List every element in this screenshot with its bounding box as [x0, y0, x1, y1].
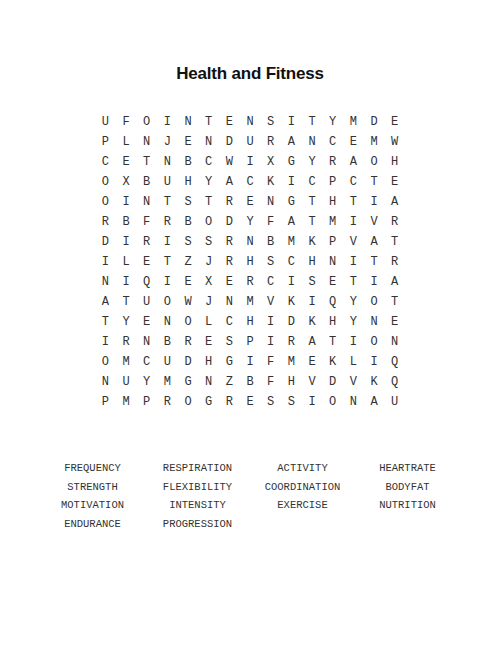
grid-cell[interactable]: N	[157, 312, 178, 332]
grid-cell[interactable]: S	[260, 252, 281, 272]
grid-cell[interactable]: V	[343, 372, 364, 392]
grid-cell[interactable]: P	[240, 332, 261, 352]
grid-cell[interactable]: T	[95, 312, 116, 332]
grid-cell[interactable]: W	[178, 292, 199, 312]
word-list-item: PROGRESSION	[145, 515, 250, 534]
grid-cell[interactable]: T	[198, 192, 219, 212]
grid-cell[interactable]: O	[95, 192, 116, 212]
grid-cell[interactable]: I	[157, 232, 178, 252]
grid-cell[interactable]: M	[240, 292, 261, 312]
word-list-item: COORDINATION	[250, 478, 355, 497]
grid-cell[interactable]: R	[136, 232, 157, 252]
grid-cell[interactable]: A	[302, 332, 323, 352]
grid-cell[interactable]: I	[240, 352, 261, 372]
grid-cell[interactable]: C	[302, 172, 323, 192]
grid-cell[interactable]: C	[240, 172, 261, 192]
grid-cell[interactable]: T	[157, 192, 178, 212]
grid-cell[interactable]: I	[260, 312, 281, 332]
grid-cell[interactable]: Y	[198, 172, 219, 192]
grid-cell[interactable]: I	[281, 272, 302, 292]
grid-cell[interactable]: K	[302, 232, 323, 252]
grid-cell[interactable]: Q	[384, 372, 405, 392]
grid-cell[interactable]: N	[157, 152, 178, 172]
grid-cell[interactable]: U	[157, 352, 178, 372]
grid-cell[interactable]: U	[95, 112, 116, 132]
grid-cell[interactable]: I	[95, 332, 116, 352]
grid-cell[interactable]: A	[364, 232, 385, 252]
grid-cell[interactable]: N	[240, 232, 261, 252]
grid-cell[interactable]: A	[95, 292, 116, 312]
grid-cell[interactable]: I	[302, 292, 323, 312]
grid-cell[interactable]: E	[116, 152, 137, 172]
grid-cell[interactable]: V	[302, 372, 323, 392]
grid-cell[interactable]: U	[116, 372, 137, 392]
grid-cell[interactable]: G	[281, 192, 302, 212]
grid-cell[interactable]: X	[260, 152, 281, 172]
grid-cell[interactable]: R	[240, 272, 261, 292]
grid-cell[interactable]: B	[178, 152, 199, 172]
grid-cell[interactable]: B	[157, 332, 178, 352]
grid-cell[interactable]: S	[302, 272, 323, 292]
grid-cell[interactable]: N	[260, 192, 281, 212]
grid-cell[interactable]: A	[364, 392, 385, 412]
grid-cell[interactable]: F	[116, 112, 137, 132]
grid-cell[interactable]: D	[178, 352, 199, 372]
grid-cell[interactable]: D	[219, 212, 240, 232]
grid-cell[interactable]: D	[219, 132, 240, 152]
word-list-item: HEARTRATE	[355, 459, 460, 478]
grid-cell[interactable]: F	[260, 352, 281, 372]
word-list-item: EXERCISE	[250, 496, 355, 515]
grid-cell[interactable]: N	[198, 132, 219, 152]
grid-cell[interactable]: L	[343, 352, 364, 372]
word-list-item: ENDURANCE	[40, 515, 145, 534]
grid-cell[interactable]: E	[198, 332, 219, 352]
grid-cell[interactable]: Y	[116, 312, 137, 332]
word-list-item: FLEXIBILITY	[145, 478, 250, 497]
grid-cell[interactable]: X	[116, 172, 137, 192]
grid-cell[interactable]: S	[178, 232, 199, 252]
grid-cell[interactable]: C	[343, 172, 364, 192]
grid-cell[interactable]: T	[384, 232, 405, 252]
grid-cell[interactable]: I	[116, 192, 137, 212]
grid-cell[interactable]: D	[322, 372, 343, 392]
grid-cell[interactable]: T	[198, 112, 219, 132]
grid-cell[interactable]: I	[364, 352, 385, 372]
grid-cell[interactable]: F	[260, 212, 281, 232]
grid-cell[interactable]: E	[343, 132, 364, 152]
grid-cell[interactable]: M	[322, 212, 343, 232]
grid-cell[interactable]: E	[384, 112, 405, 132]
grid-cell[interactable]: R	[260, 132, 281, 152]
grid-cell[interactable]: Q	[136, 272, 157, 292]
grid-cell[interactable]: Y	[322, 112, 343, 132]
grid-cell[interactable]: A	[219, 172, 240, 192]
grid-cell[interactable]: H	[322, 312, 343, 332]
grid-cell[interactable]: N	[95, 272, 116, 292]
grid-cell[interactable]: N	[302, 132, 323, 152]
grid-cell[interactable]: Z	[178, 252, 199, 272]
grid-cell[interactable]: L	[198, 312, 219, 332]
grid-cell[interactable]: Y	[343, 292, 364, 312]
grid-cell[interactable]: T	[364, 252, 385, 272]
grid-cell[interactable]: T	[136, 152, 157, 172]
grid-cell[interactable]: R	[116, 332, 137, 352]
grid-cell[interactable]: O	[364, 332, 385, 352]
grid-cell[interactable]: R	[95, 212, 116, 232]
grid-cell[interactable]: G	[219, 352, 240, 372]
grid-cell[interactable]: C	[95, 152, 116, 172]
grid-cell[interactable]: O	[136, 112, 157, 132]
grid-cell[interactable]: E	[302, 352, 323, 372]
grid-cell[interactable]: H	[322, 192, 343, 212]
grid-cell[interactable]: O	[322, 392, 343, 412]
grid-cell[interactable]: A	[281, 132, 302, 152]
grid-cell[interactable]: D	[281, 312, 302, 332]
word-search-grid: UFOINTENSITYMDEPLNJENDURANCEMWCETNBCWIXG…	[95, 112, 405, 412]
puzzle-title: Health and Fitness	[0, 63, 500, 85]
grid-cell[interactable]: O	[364, 152, 385, 172]
grid-cell[interactable]: T	[322, 332, 343, 352]
grid-cell[interactable]: R	[322, 152, 343, 172]
grid-cell[interactable]: H	[240, 312, 261, 332]
grid-cell[interactable]: I	[157, 272, 178, 292]
grid-cell[interactable]: S	[178, 192, 199, 212]
grid-cell[interactable]: R	[384, 252, 405, 272]
word-list-item: BODYFAT	[355, 478, 460, 497]
grid-cell[interactable]: I	[260, 332, 281, 352]
grid-cell[interactable]: P	[322, 232, 343, 252]
grid-cell[interactable]: E	[219, 112, 240, 132]
grid-cell[interactable]: T	[302, 192, 323, 212]
grid-cell[interactable]: O	[198, 212, 219, 232]
grid-cell[interactable]: U	[240, 132, 261, 152]
grid-cell[interactable]: F	[136, 212, 157, 232]
grid-cell[interactable]: O	[178, 392, 199, 412]
grid-cell[interactable]: K	[364, 372, 385, 392]
grid-cell[interactable]: N	[198, 372, 219, 392]
grid-cell[interactable]: M	[116, 392, 137, 412]
grid-cell[interactable]: C	[198, 152, 219, 172]
grid-cell[interactable]: H	[384, 152, 405, 172]
grid-cell[interactable]: G	[198, 392, 219, 412]
grid-cell[interactable]: L	[116, 252, 137, 272]
word-list-item: INTENSITY	[145, 496, 250, 515]
grid-cell[interactable]: M	[281, 232, 302, 252]
grid-cell[interactable]: E	[178, 272, 199, 292]
grid-cell[interactable]: R	[384, 212, 405, 232]
grid-cell[interactable]: O	[157, 292, 178, 312]
grid-cell[interactable]: E	[384, 172, 405, 192]
grid-cell[interactable]: J	[198, 292, 219, 312]
grid-cell[interactable]: N	[178, 112, 199, 132]
grid-cell[interactable]: W	[384, 132, 405, 152]
grid-cell[interactable]: A	[343, 152, 364, 172]
grid-cell[interactable]: I	[302, 392, 323, 412]
grid-cell[interactable]: O	[95, 172, 116, 192]
grid-cell[interactable]: B	[260, 232, 281, 252]
grid-cell[interactable]: I	[343, 252, 364, 272]
grid-cell[interactable]: E	[136, 312, 157, 332]
grid-cell[interactable]: M	[281, 352, 302, 372]
grid-cell[interactable]: E	[384, 312, 405, 332]
grid-cell[interactable]: T	[343, 192, 364, 212]
grid-cell[interactable]: T	[384, 292, 405, 312]
word-list-item: MOTIVATION	[40, 496, 145, 515]
grid-cell[interactable]: M	[157, 372, 178, 392]
grid-cell[interactable]: H	[281, 372, 302, 392]
word-list-item: FREQUENCY	[40, 459, 145, 478]
grid-cell[interactable]: N	[136, 332, 157, 352]
grid-cell[interactable]: N	[384, 332, 405, 352]
grid-cell[interactable]: N	[136, 132, 157, 152]
grid-cell[interactable]: I	[343, 332, 364, 352]
grid-cell[interactable]: N	[322, 252, 343, 272]
grid-cell[interactable]: C	[281, 252, 302, 272]
grid-cell[interactable]: G	[178, 372, 199, 392]
grid-cell[interactable]: W	[219, 152, 240, 172]
grid-cell[interactable]: M	[364, 132, 385, 152]
grid-cell[interactable]: B	[116, 212, 137, 232]
grid-cell[interactable]: S	[260, 112, 281, 132]
word-list-item: NUTRITION	[355, 496, 460, 515]
grid-cell[interactable]: P	[95, 392, 116, 412]
grid-cell[interactable]: M	[116, 352, 137, 372]
grid-cell[interactable]: I	[364, 192, 385, 212]
grid-cell[interactable]: R	[281, 332, 302, 352]
grid-cell[interactable]: E	[240, 392, 261, 412]
grid-cell[interactable]: T	[116, 292, 137, 312]
grid-cell[interactable]: N	[219, 292, 240, 312]
grid-cell[interactable]: O	[95, 352, 116, 372]
grid-cell[interactable]: C	[322, 132, 343, 152]
grid-cell[interactable]: I	[281, 112, 302, 132]
grid-cell[interactable]: S	[198, 232, 219, 252]
grid-cell[interactable]: V	[343, 232, 364, 252]
grid-cell[interactable]: F	[260, 372, 281, 392]
word-list-item: STRENGTH	[40, 478, 145, 497]
grid-cell[interactable]: J	[198, 252, 219, 272]
grid-cell[interactable]: S	[281, 392, 302, 412]
grid-cell[interactable]: H	[198, 352, 219, 372]
grid-cell[interactable]: Z	[219, 372, 240, 392]
grid-cell[interactable]: O	[364, 292, 385, 312]
grid-cell[interactable]: E	[240, 192, 261, 212]
grid-cell[interactable]: G	[281, 152, 302, 172]
grid-cell[interactable]: K	[322, 352, 343, 372]
grid-cell[interactable]: K	[302, 312, 323, 332]
grid-cell[interactable]: I	[116, 272, 137, 292]
grid-cell[interactable]: X	[198, 272, 219, 292]
grid-cell[interactable]: R	[219, 392, 240, 412]
grid-cell[interactable]: I	[157, 112, 178, 132]
grid-cell[interactable]: R	[157, 212, 178, 232]
grid-cell[interactable]: A	[384, 272, 405, 292]
grid-cell[interactable]: Q	[384, 352, 405, 372]
grid-cell[interactable]: C	[136, 352, 157, 372]
grid-cell[interactable]: N	[136, 192, 157, 212]
grid-cell[interactable]: Y	[136, 372, 157, 392]
grid-cell[interactable]: I	[95, 252, 116, 272]
grid-cell[interactable]: B	[178, 212, 199, 232]
grid-cell[interactable]: O	[178, 312, 199, 332]
grid-cell[interactable]: Y	[240, 212, 261, 232]
grid-cell[interactable]: K	[260, 172, 281, 192]
grid-cell[interactable]: I	[364, 272, 385, 292]
grid-cell[interactable]: H	[178, 172, 199, 192]
grid-cell[interactable]: P	[322, 172, 343, 192]
grid-cell[interactable]: E	[178, 132, 199, 152]
grid-cell[interactable]: E	[219, 272, 240, 292]
grid-cell[interactable]: C	[219, 312, 240, 332]
grid-cell[interactable]: R	[219, 192, 240, 212]
grid-cell[interactable]: S	[260, 392, 281, 412]
grid-cell[interactable]: D	[364, 112, 385, 132]
grid-cell[interactable]: J	[157, 132, 178, 152]
grid-cell[interactable]: P	[136, 392, 157, 412]
grid-cell[interactable]: R	[219, 252, 240, 272]
grid-cell[interactable]: R	[178, 332, 199, 352]
grid-cell[interactable]: E	[136, 252, 157, 272]
word-list-item: RESPIRATION	[145, 459, 250, 478]
word-list-item: ACTIVITY	[250, 459, 355, 478]
grid-cell[interactable]: R	[157, 392, 178, 412]
grid-cell[interactable]: M	[343, 112, 364, 132]
grid-cell[interactable]: B	[240, 372, 261, 392]
grid-cell[interactable]: Y	[343, 312, 364, 332]
grid-cell[interactable]: P	[95, 132, 116, 152]
grid-cell[interactable]: H	[240, 252, 261, 272]
grid-cell[interactable]: D	[95, 232, 116, 252]
grid-cell[interactable]: V	[364, 212, 385, 232]
grid-cell[interactable]: N	[343, 392, 364, 412]
grid-cell[interactable]: Y	[302, 152, 323, 172]
grid-cell[interactable]: Q	[322, 292, 343, 312]
grid-cell[interactable]: V	[260, 292, 281, 312]
grid-cell[interactable]: T	[157, 252, 178, 272]
grid-cell[interactable]: L	[116, 132, 137, 152]
grid-cell[interactable]: U	[136, 292, 157, 312]
grid-cell[interactable]: C	[260, 272, 281, 292]
grid-cell[interactable]: N	[240, 112, 261, 132]
grid-cell[interactable]: N	[95, 372, 116, 392]
grid-cell[interactable]: N	[364, 312, 385, 332]
grid-cell[interactable]: I	[116, 232, 137, 252]
grid-cell[interactable]: S	[219, 332, 240, 352]
grid-cell[interactable]: U	[384, 392, 405, 412]
grid-cell[interactable]: E	[322, 272, 343, 292]
grid-cell[interactable]: I	[281, 172, 302, 192]
word-list: FREQUENCYRESPIRATIONACTIVITYHEARTRATESTR…	[40, 459, 460, 533]
grid-cell[interactable]: U	[157, 172, 178, 192]
grid-cell[interactable]: H	[302, 252, 323, 272]
word-search-worksheet: Health and Fitness UFOINTENSITYMDEPLNJEN…	[0, 0, 500, 647]
grid-cell[interactable]: B	[136, 172, 157, 192]
grid-cell[interactable]: T	[343, 272, 364, 292]
grid-cell[interactable]: T	[302, 112, 323, 132]
grid-cell[interactable]: T	[302, 212, 323, 232]
grid-cell[interactable]: A	[384, 192, 405, 212]
grid-cell[interactable]: R	[219, 232, 240, 252]
grid-cell[interactable]: A	[281, 212, 302, 232]
grid-cell[interactable]: I	[343, 212, 364, 232]
grid-cell[interactable]: I	[240, 152, 261, 172]
grid-cell[interactable]: T	[364, 172, 385, 192]
grid-cell[interactable]: K	[281, 292, 302, 312]
